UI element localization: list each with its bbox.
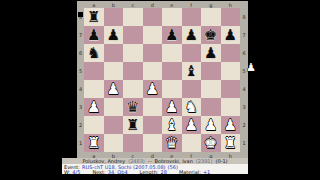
square-b7[interactable]: ♟ (104, 26, 124, 44)
rank-label-left-5: 5 (78, 68, 84, 74)
square-e5[interactable] (162, 62, 182, 80)
score-value: 4/5 (72, 169, 80, 175)
square-a4[interactable] (84, 80, 104, 98)
black-rook-a8[interactable]: ♜ (87, 8, 100, 26)
white-bishop-e2[interactable]: ♝ (165, 116, 178, 134)
square-c6[interactable] (123, 44, 143, 62)
square-g8[interactable] (201, 8, 221, 26)
white-king-g1[interactable]: ♚ (204, 134, 217, 152)
square-d4[interactable]: ♟ (143, 80, 163, 98)
square-c4[interactable] (123, 80, 143, 98)
square-f5[interactable]: ♝ (182, 62, 202, 80)
square-a2[interactable] (84, 116, 104, 134)
square-f4[interactable] (182, 80, 202, 98)
letterbox-right (248, 0, 320, 180)
material-value: +1 (203, 169, 210, 175)
white-pawn-e3[interactable]: ♟ (165, 98, 178, 116)
file-label-top-d: d (143, 2, 163, 8)
square-e1[interactable]: ♛ (162, 134, 182, 152)
black-pawn-g6[interactable]: ♟ (204, 44, 217, 62)
square-e8[interactable] (162, 8, 182, 26)
black-pawn-b7[interactable]: ♟ (107, 26, 120, 44)
rank-label-left-4: 4 (78, 86, 84, 92)
square-f1[interactable] (182, 134, 202, 152)
square-g5[interactable] (201, 62, 221, 80)
square-d2[interactable] (143, 116, 163, 134)
square-h2[interactable]: ♟ (221, 116, 241, 134)
square-f2[interactable]: ♟ (182, 116, 202, 134)
square-b2[interactable] (104, 116, 124, 134)
black-pawn-h7[interactable]: ♟ (224, 26, 237, 44)
rank-label-left-7: 7 (78, 32, 84, 38)
square-h6[interactable] (221, 44, 241, 62)
white-pawn-d4[interactable]: ♟ (146, 80, 159, 98)
square-d5[interactable] (143, 62, 163, 80)
square-g3[interactable] (201, 98, 221, 116)
file-label-top-e: e (162, 2, 182, 8)
game-info-panel: Poluskov, Andrey (2483) -- Bobrovski, Iv… (62, 158, 248, 174)
square-f8[interactable] (182, 8, 202, 26)
square-c5[interactable] (123, 62, 143, 80)
rank-label-left-3: 3 (78, 104, 84, 110)
square-a5[interactable] (84, 62, 104, 80)
square-c1[interactable] (123, 134, 143, 152)
square-c7[interactable] (123, 26, 143, 44)
black-queen-c3[interactable]: ♛ (126, 98, 139, 116)
stats-line: W: 4/5 Next: 34. Qb4 Length: 28 Material… (62, 169, 248, 174)
white-pawn-icon: ♟ (246, 61, 258, 75)
square-g7[interactable]: ♚ (201, 26, 221, 44)
square-f3[interactable]: ♞ (182, 98, 202, 116)
file-label-top-h: h (221, 2, 241, 8)
square-a7[interactable]: ♟ (84, 26, 104, 44)
square-c8[interactable] (123, 8, 143, 26)
black-bishop-f5[interactable]: ♝ (185, 62, 198, 80)
event-round: (56) (168, 164, 178, 170)
next-move-value: 34. Qb4 (108, 169, 128, 175)
square-g2[interactable]: ♟ (201, 116, 221, 134)
square-d1[interactable] (143, 134, 163, 152)
square-e3[interactable]: ♟ (162, 98, 182, 116)
square-f6[interactable] (182, 44, 202, 62)
file-label-top-a: a (84, 2, 104, 8)
black-pawn-e7[interactable]: ♟ (165, 26, 178, 44)
white-pawn-g2[interactable]: ♟ (204, 116, 217, 134)
square-a6[interactable]: ♞ (84, 44, 104, 62)
white-rook-a1[interactable]: ♜ (87, 134, 100, 152)
rank-label-right-2: 2 (241, 122, 247, 128)
white-knight-f3[interactable]: ♞ (185, 98, 198, 116)
square-d8[interactable] (143, 8, 163, 26)
rank-label-right-7: 7 (241, 32, 247, 38)
black-to-move-icon (78, 12, 83, 17)
square-b3[interactable] (104, 98, 124, 116)
square-d7[interactable] (143, 26, 163, 44)
letterbox-left (0, 0, 62, 180)
next-move-label: Next: (92, 169, 105, 175)
square-h5[interactable] (221, 62, 241, 80)
square-h4[interactable] (221, 80, 241, 98)
file-label-top-b: b (104, 2, 124, 8)
white-pawn-f2[interactable]: ♟ (185, 116, 198, 134)
square-g4[interactable] (201, 80, 221, 98)
black-pawn-a7[interactable]: ♟ (87, 26, 100, 44)
square-c3[interactable]: ♛ (123, 98, 143, 116)
square-a8[interactable]: ♜ (84, 8, 104, 26)
square-b4[interactable]: ♟ (104, 80, 124, 98)
square-f7[interactable]: ♟ (182, 26, 202, 44)
white-pawn-a3[interactable]: ♟ (87, 98, 100, 116)
score-label: W: (64, 169, 70, 175)
white-pawn-h2[interactable]: ♟ (224, 116, 237, 134)
black-rook-c2[interactable]: ♜ (126, 116, 139, 134)
length-value: 28 (161, 169, 167, 175)
square-e4[interactable] (162, 80, 182, 98)
file-label-top-g: g (201, 2, 221, 8)
material-label: Material: (179, 169, 201, 175)
square-h3[interactable] (221, 98, 241, 116)
square-h1[interactable]: ♜ (221, 134, 241, 152)
white-pawn-b4[interactable]: ♟ (107, 80, 120, 98)
square-c2[interactable]: ♜ (123, 116, 143, 134)
square-e2[interactable]: ♝ (162, 116, 182, 134)
square-g6[interactable]: ♟ (201, 44, 221, 62)
square-g1[interactable]: ♚ (201, 134, 221, 152)
chess-gui-screenshot: ♜♟♟♟♟♚♟♞♟♝♟♟♟♛♟♞♜♝♟♟♟♜♛♚♜ aabbccddeeffgg… (0, 0, 320, 180)
white-queen-e1[interactable]: ♛ (165, 134, 178, 152)
rank-label-right-4: 4 (241, 86, 247, 92)
file-label-top-c: c (123, 2, 143, 8)
rank-label-right-6: 6 (241, 50, 247, 56)
black-king-g7[interactable]: ♚ (204, 26, 217, 44)
game-result: (0-1) (215, 158, 227, 164)
square-b5[interactable] (104, 62, 124, 80)
square-b6[interactable] (104, 44, 124, 62)
square-d3[interactable] (143, 98, 163, 116)
square-h8[interactable] (221, 8, 241, 26)
square-e7[interactable]: ♟ (162, 26, 182, 44)
rank-label-right-8: 8 (241, 14, 247, 20)
chess-board[interactable]: ♜♟♟♟♟♚♟♞♟♝♟♟♟♛♟♞♜♝♟♟♟♜♛♚♜ (84, 8, 240, 152)
square-a3[interactable]: ♟ (84, 98, 104, 116)
rank-label-left-1: 1 (78, 140, 84, 146)
square-d6[interactable] (143, 44, 163, 62)
rank-label-left-6: 6 (78, 50, 84, 56)
black-player-rating: (2391) (196, 158, 213, 164)
rank-label-right-1: 1 (241, 140, 247, 146)
white-rook-h1[interactable]: ♜ (224, 134, 237, 152)
file-label-top-f: f (182, 2, 202, 8)
square-a1[interactable]: ♜ (84, 134, 104, 152)
black-knight-a6[interactable]: ♞ (87, 44, 100, 62)
square-b1[interactable] (104, 134, 124, 152)
rank-label-right-3: 3 (241, 104, 247, 110)
black-pawn-f7[interactable]: ♟ (185, 26, 198, 44)
rank-label-left-2: 2 (78, 122, 84, 128)
length-label: Length: (140, 169, 159, 175)
square-h7[interactable]: ♟ (221, 26, 241, 44)
square-b8[interactable] (104, 8, 124, 26)
square-e6[interactable] (162, 44, 182, 62)
